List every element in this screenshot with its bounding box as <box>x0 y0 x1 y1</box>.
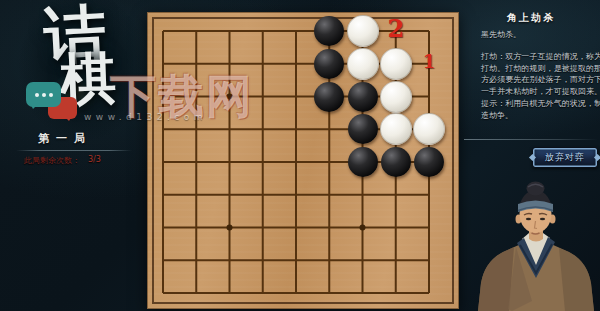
round-label: 第一局 <box>0 131 130 146</box>
right-divider <box>464 139 598 140</box>
remaining-tries-value: 3/3 <box>88 155 101 166</box>
watermark-chat-bubble-icon <box>26 82 61 107</box>
white-stone <box>347 48 379 80</box>
move-marker-1: 1 <box>423 53 436 71</box>
game-screen: 诘 棋 第一局 此局剩余次数： 3/3 21 角上劫杀 黑先劫杀。 打劫：双方一… <box>0 0 600 311</box>
go-board[interactable]: 21 <box>147 12 459 309</box>
puzzle-title: 角上劫杀 <box>462 11 600 25</box>
black-stone <box>381 147 411 177</box>
watermark-url: www.d132.com <box>84 112 207 122</box>
character-portrait <box>472 181 600 311</box>
black-stone <box>314 82 344 112</box>
white-stone <box>380 81 412 113</box>
black-stone <box>348 147 378 177</box>
left-divider <box>16 150 132 151</box>
white-stone <box>347 15 379 47</box>
board-grid <box>147 12 459 309</box>
remaining-tries-label: 此局剩余次数： <box>24 155 80 166</box>
white-stone <box>380 48 412 80</box>
remaining-tries: 此局剩余次数： 3/3 <box>24 155 142 166</box>
black-stone <box>348 114 378 144</box>
black-stone <box>414 147 444 177</box>
move-marker-2: 2 <box>387 17 404 41</box>
give-up-button[interactable]: 放弃对弈 <box>532 147 598 168</box>
black-stone <box>314 49 344 79</box>
black-stone <box>348 82 378 112</box>
puzzle-description: 打劫：双方一子互提的情况，称为打劫。打劫的规则，是被提取的那方必须要先在别处落子… <box>481 51 600 121</box>
white-stone <box>413 113 445 145</box>
puzzle-task: 黑先劫杀。 <box>481 29 600 40</box>
white-stone <box>380 113 412 145</box>
